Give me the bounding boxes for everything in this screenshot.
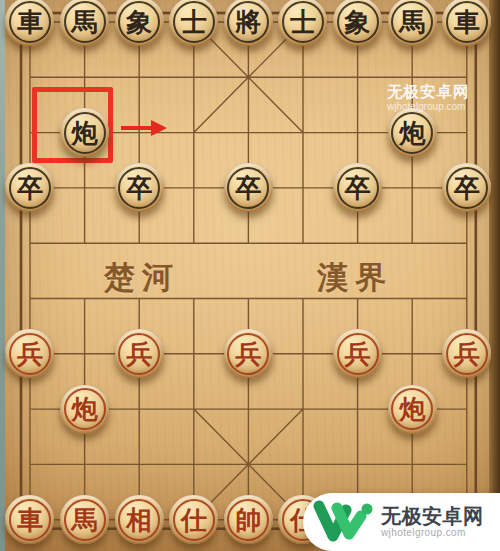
board-point[interactable] xyxy=(330,50,385,105)
piece-black-horse[interactable]: 馬 xyxy=(60,0,109,46)
watermark-top-subtitle: wjhotelgroup.com xyxy=(387,101,470,113)
piece-glyph: 兵 xyxy=(17,341,43,367)
board-point[interactable] xyxy=(112,437,167,492)
board-point[interactable]: 兵 xyxy=(330,326,385,381)
piece-glyph: 象 xyxy=(126,9,152,35)
board-point[interactable]: 士 xyxy=(276,0,331,50)
piece-glyph: 兵 xyxy=(345,341,371,367)
piece-glyph: 馬 xyxy=(399,9,425,35)
piece-red-soldier[interactable]: 兵 xyxy=(224,329,273,378)
piece-glyph: 兵 xyxy=(126,341,152,367)
piece-black-chariot[interactable]: 車 xyxy=(442,0,491,46)
board-point[interactable] xyxy=(57,160,112,215)
board-point[interactable]: 車 xyxy=(439,0,494,50)
board-point[interactable] xyxy=(385,160,440,215)
piece-glyph: 象 xyxy=(345,9,371,35)
board-point[interactable] xyxy=(330,216,385,271)
board-point[interactable]: 象 xyxy=(112,0,167,50)
piece-red-soldier[interactable]: 兵 xyxy=(442,329,491,378)
w-logo-icon xyxy=(313,500,375,544)
board-point[interactable] xyxy=(221,216,276,271)
board-point[interactable] xyxy=(166,437,221,492)
piece-red-general[interactable]: 帥 xyxy=(224,495,273,544)
piece-black-elephant[interactable]: 象 xyxy=(333,0,382,46)
board-point[interactable] xyxy=(166,50,221,105)
board-point[interactable] xyxy=(3,50,58,105)
piece-glyph: 車 xyxy=(17,9,43,35)
piece-glyph: 車 xyxy=(454,9,480,35)
board-point[interactable] xyxy=(3,216,58,271)
board-point[interactable]: 卒 xyxy=(112,160,167,215)
piece-black-advisor[interactable]: 士 xyxy=(278,0,327,46)
board-point[interactable] xyxy=(385,216,440,271)
board-point[interactable] xyxy=(385,271,440,326)
piece-glyph: 馬 xyxy=(72,507,98,533)
board-point[interactable]: 馬 xyxy=(57,492,112,547)
board-point[interactable]: 相 xyxy=(112,492,167,547)
board-point[interactable] xyxy=(57,271,112,326)
board-point[interactable]: 炮 xyxy=(57,105,112,160)
board-point[interactable]: 卒 xyxy=(330,160,385,215)
board-point[interactable] xyxy=(439,381,494,436)
board-point[interactable] xyxy=(57,216,112,271)
board-point[interactable]: 兵 xyxy=(221,326,276,381)
board-point[interactable] xyxy=(276,381,331,436)
piece-glyph: 卒 xyxy=(126,175,152,201)
watermark-card-title: 无极安卓网 xyxy=(381,506,484,527)
piece-black-elephant[interactable]: 象 xyxy=(115,0,164,46)
board-point[interactable] xyxy=(3,271,58,326)
piece-black-soldier[interactable]: 卒 xyxy=(442,163,491,212)
board-point[interactable]: 卒 xyxy=(221,160,276,215)
board-point[interactable] xyxy=(385,326,440,381)
piece-glyph: 兵 xyxy=(235,341,261,367)
board-point[interactable]: 炮 xyxy=(385,105,440,160)
piece-glyph: 馬 xyxy=(72,9,98,35)
piece-red-cannon[interactable]: 炮 xyxy=(60,385,109,434)
board-point[interactable] xyxy=(221,50,276,105)
board-point[interactable] xyxy=(57,437,112,492)
watermark-card: 无极安卓网 wjhotelgroup.com xyxy=(303,493,500,551)
piece-glyph: 炮 xyxy=(399,396,425,422)
board-point[interactable] xyxy=(57,326,112,381)
piece-red-elephant[interactable]: 相 xyxy=(115,495,164,544)
piece-red-cannon[interactable]: 炮 xyxy=(388,385,437,434)
piece-red-soldier[interactable]: 兵 xyxy=(5,329,54,378)
board-point[interactable]: 帥 xyxy=(221,492,276,547)
move-arrow-icon xyxy=(118,116,170,140)
board-point[interactable] xyxy=(221,105,276,160)
piece-glyph: 仕 xyxy=(181,507,207,533)
piece-red-horse[interactable]: 馬 xyxy=(60,495,109,544)
piece-glyph: 炮 xyxy=(399,120,425,146)
board-point[interactable] xyxy=(439,271,494,326)
board-point[interactable] xyxy=(166,381,221,436)
board-point[interactable] xyxy=(166,271,221,326)
board-point[interactable] xyxy=(439,216,494,271)
piece-black-chariot[interactable]: 車 xyxy=(5,0,54,46)
piece-glyph: 帥 xyxy=(235,507,261,533)
board-point[interactable]: 仕 xyxy=(166,492,221,547)
piece-glyph: 炮 xyxy=(72,396,98,422)
board-point[interactable] xyxy=(112,271,167,326)
piece-black-cannon[interactable]: 炮 xyxy=(388,108,437,157)
board-point[interactable] xyxy=(3,381,58,436)
board-point[interactable] xyxy=(112,216,167,271)
board-point[interactable]: 馬 xyxy=(57,0,112,50)
board-point[interactable] xyxy=(330,271,385,326)
board-point[interactable] xyxy=(166,216,221,271)
board-point[interactable] xyxy=(330,105,385,160)
board-point[interactable] xyxy=(276,271,331,326)
board-point[interactable] xyxy=(57,50,112,105)
piece-glyph: 士 xyxy=(290,9,316,35)
piece-glyph: 炮 xyxy=(72,120,98,146)
piece-black-soldier[interactable]: 卒 xyxy=(115,163,164,212)
piece-red-soldier[interactable]: 兵 xyxy=(333,329,382,378)
piece-glyph: 車 xyxy=(17,507,43,533)
board-point[interactable] xyxy=(276,105,331,160)
board-point[interactable]: 卒 xyxy=(439,160,494,215)
board-point[interactable] xyxy=(276,326,331,381)
piece-glyph: 士 xyxy=(181,9,207,35)
board-point[interactable] xyxy=(166,105,221,160)
board-point[interactable]: 卒 xyxy=(3,160,58,215)
board-point[interactable] xyxy=(276,216,331,271)
board-point[interactable]: 士 xyxy=(166,0,221,50)
piece-glyph: 兵 xyxy=(454,341,480,367)
piece-glyph: 將 xyxy=(235,9,261,35)
board-point[interactable]: 車 xyxy=(3,0,58,50)
board-point[interactable] xyxy=(166,326,221,381)
board-point[interactable] xyxy=(439,105,494,160)
board-point[interactable] xyxy=(385,437,440,492)
piece-black-soldier[interactable]: 卒 xyxy=(224,163,273,212)
watermark-card-subtitle: wjhotelgroup.com xyxy=(381,528,484,539)
piece-glyph: 卒 xyxy=(345,175,371,201)
board-point[interactable]: 兵 xyxy=(112,326,167,381)
xiangqi-board: 楚河 漢界 車馬象士將士象馬車炮炮卒卒卒卒卒兵兵兵兵兵炮炮車馬相仕帥仕相馬車 无… xyxy=(0,0,500,551)
board-point[interactable]: 炮 xyxy=(385,381,440,436)
board-point[interactable] xyxy=(166,160,221,215)
piece-glyph: 卒 xyxy=(235,175,261,201)
board-point[interactable]: 兵 xyxy=(3,326,58,381)
piece-black-general[interactable]: 將 xyxy=(224,0,273,46)
board-point[interactable] xyxy=(276,50,331,105)
piece-glyph: 卒 xyxy=(454,175,480,201)
watermark-top-title: 无极安卓网 xyxy=(387,83,470,101)
piece-glyph: 卒 xyxy=(17,175,43,201)
piece-black-soldier[interactable]: 卒 xyxy=(333,163,382,212)
piece-red-soldier[interactable]: 兵 xyxy=(115,329,164,378)
board-point[interactable] xyxy=(221,271,276,326)
board-point[interactable] xyxy=(3,437,58,492)
board-point[interactable] xyxy=(112,381,167,436)
board-point[interactable] xyxy=(276,160,331,215)
board-point[interactable] xyxy=(221,381,276,436)
board-point[interactable] xyxy=(3,105,58,160)
board-point[interactable]: 象 xyxy=(330,0,385,50)
watermark-top: 无极安卓网 wjhotelgroup.com xyxy=(387,83,470,112)
piece-black-advisor[interactable]: 士 xyxy=(169,0,218,46)
board-point[interactable] xyxy=(439,437,494,492)
piece-black-soldier[interactable]: 卒 xyxy=(5,163,54,212)
board-point[interactable] xyxy=(330,381,385,436)
board-point[interactable] xyxy=(221,437,276,492)
board-point[interactable]: 車 xyxy=(3,492,58,547)
board-point[interactable]: 兵 xyxy=(439,326,494,381)
board-point[interactable]: 炮 xyxy=(57,381,112,436)
piece-black-horse[interactable]: 馬 xyxy=(388,0,437,46)
board-point[interactable]: 馬 xyxy=(385,0,440,50)
board-point[interactable] xyxy=(112,50,167,105)
piece-glyph: 相 xyxy=(126,507,152,533)
board-point[interactable]: 將 xyxy=(221,0,276,50)
board-point[interactable] xyxy=(330,437,385,492)
piece-red-chariot[interactable]: 車 xyxy=(5,495,54,544)
piece-red-advisor[interactable]: 仕 xyxy=(169,495,218,544)
board-point[interactable] xyxy=(276,437,331,492)
piece-black-cannon[interactable]: 炮 xyxy=(60,108,109,157)
